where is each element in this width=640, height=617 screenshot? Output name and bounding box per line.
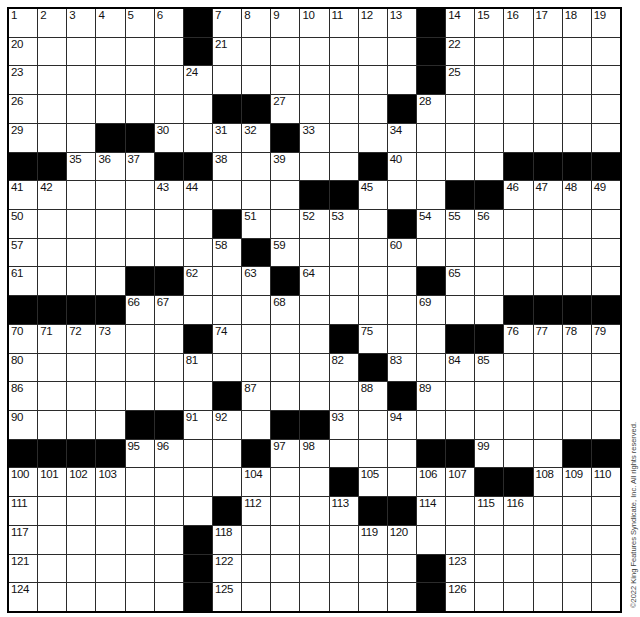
cell-r10c10[interactable]	[300, 296, 328, 324]
cell-r1c2[interactable]	[67, 38, 95, 66]
cell-r18c9[interactable]	[271, 526, 299, 554]
cell-r15c11[interactable]	[330, 440, 358, 468]
cell-r18c19[interactable]	[563, 526, 591, 554]
cell-r13c19[interactable]	[563, 382, 591, 410]
cell-r14c19[interactable]	[563, 411, 591, 439]
cell-r11c1[interactable]: 71	[38, 325, 66, 353]
cell-r1c5[interactable]	[155, 38, 183, 66]
cell-r19c19[interactable]	[563, 555, 591, 583]
cell-r14c11[interactable]: 93	[330, 411, 358, 439]
cell-r15c10[interactable]: 98	[300, 440, 328, 468]
cell-r14c3[interactable]	[96, 411, 124, 439]
cell-r0c3[interactable]: 4	[96, 9, 124, 37]
cell-r20c4[interactable]	[126, 583, 154, 611]
cell-r2c12[interactable]	[359, 66, 387, 94]
cell-r4c6[interactable]	[184, 124, 212, 152]
cell-r14c0[interactable]: 90	[9, 411, 37, 439]
cell-r9c10[interactable]: 64	[300, 267, 328, 295]
cell-r4c15[interactable]	[446, 124, 474, 152]
cell-r17c10[interactable]	[300, 497, 328, 525]
cell-r2c6[interactable]: 24	[184, 66, 212, 94]
cell-r18c17[interactable]	[504, 526, 532, 554]
cell-r13c17[interactable]	[504, 382, 532, 410]
cell-r6c7[interactable]	[213, 181, 241, 209]
cell-r17c20[interactable]	[592, 497, 620, 525]
cell-r4c0[interactable]: 29	[9, 124, 37, 152]
cell-r1c13[interactable]	[388, 38, 416, 66]
cell-r1c19[interactable]	[563, 38, 591, 66]
cell-r6c19[interactable]: 48	[563, 181, 591, 209]
cell-r12c0[interactable]: 80	[9, 354, 37, 382]
cell-r7c3[interactable]	[96, 210, 124, 238]
cell-r17c2[interactable]	[67, 497, 95, 525]
cell-r13c16[interactable]	[475, 382, 503, 410]
cell-r8c2[interactable]	[67, 239, 95, 267]
cell-r8c18[interactable]	[534, 239, 562, 267]
cell-r15c4[interactable]: 95	[126, 440, 154, 468]
cell-r18c18[interactable]	[534, 526, 562, 554]
cell-r14c17[interactable]	[504, 411, 532, 439]
cell-r12c7[interactable]	[213, 354, 241, 382]
cell-r7c11[interactable]: 53	[330, 210, 358, 238]
cell-r20c12[interactable]	[359, 583, 387, 611]
cell-r13c10[interactable]	[300, 382, 328, 410]
cell-r6c14[interactable]	[417, 181, 445, 209]
cell-r5c16[interactable]	[475, 153, 503, 181]
cell-r8c19[interactable]	[563, 239, 591, 267]
cell-r2c3[interactable]	[96, 66, 124, 94]
cell-r3c1[interactable]	[38, 95, 66, 123]
cell-r18c20[interactable]	[592, 526, 620, 554]
cell-r1c18[interactable]	[534, 38, 562, 66]
cell-r12c18[interactable]	[534, 354, 562, 382]
cell-r13c8[interactable]: 87	[242, 382, 270, 410]
cell-r2c18[interactable]	[534, 66, 562, 94]
cell-r17c8[interactable]: 112	[242, 497, 270, 525]
cell-r8c14[interactable]	[417, 239, 445, 267]
cell-r0c2[interactable]: 3	[67, 9, 95, 37]
cell-r2c10[interactable]	[300, 66, 328, 94]
cell-r7c0[interactable]: 50	[9, 210, 37, 238]
cell-r3c16[interactable]	[475, 95, 503, 123]
cell-r12c16[interactable]: 85	[475, 354, 503, 382]
cell-r2c2[interactable]	[67, 66, 95, 94]
cell-r7c16[interactable]: 56	[475, 210, 503, 238]
cell-r12c3[interactable]	[96, 354, 124, 382]
cell-r17c17[interactable]: 116	[504, 497, 532, 525]
cell-r17c15[interactable]	[446, 497, 474, 525]
cell-r2c7[interactable]	[213, 66, 241, 94]
cell-r7c8[interactable]: 51	[242, 210, 270, 238]
cell-r18c3[interactable]	[96, 526, 124, 554]
cell-r8c1[interactable]	[38, 239, 66, 267]
cell-r0c19[interactable]: 18	[563, 9, 591, 37]
cell-r20c15[interactable]: 126	[446, 583, 474, 611]
cell-r3c5[interactable]	[155, 95, 183, 123]
cell-r3c2[interactable]	[67, 95, 95, 123]
cell-r11c14[interactable]	[417, 325, 445, 353]
cell-r15c9[interactable]: 97	[271, 440, 299, 468]
cell-r17c6[interactable]	[184, 497, 212, 525]
cell-r10c4[interactable]: 66	[126, 296, 154, 324]
cell-r19c8[interactable]	[242, 555, 270, 583]
cell-r10c5[interactable]: 67	[155, 296, 183, 324]
cell-r17c4[interactable]	[126, 497, 154, 525]
cell-r2c1[interactable]	[38, 66, 66, 94]
cell-r9c11[interactable]	[330, 267, 358, 295]
cell-r16c4[interactable]	[126, 468, 154, 496]
cell-r1c1[interactable]	[38, 38, 66, 66]
cell-r4c14[interactable]	[417, 124, 445, 152]
cell-r6c13[interactable]	[388, 181, 416, 209]
cell-r10c12[interactable]	[359, 296, 387, 324]
cell-r8c16[interactable]	[475, 239, 503, 267]
cell-r16c12[interactable]: 105	[359, 468, 387, 496]
cell-r9c3[interactable]	[96, 267, 124, 295]
cell-r18c1[interactable]	[38, 526, 66, 554]
cell-r16c7[interactable]	[213, 468, 241, 496]
cell-r16c14[interactable]: 106	[417, 468, 445, 496]
cell-r14c8[interactable]	[242, 411, 270, 439]
cell-r18c7[interactable]: 118	[213, 526, 241, 554]
cell-r15c7[interactable]	[213, 440, 241, 468]
cell-r12c15[interactable]: 84	[446, 354, 474, 382]
cell-r18c5[interactable]	[155, 526, 183, 554]
cell-r18c15[interactable]	[446, 526, 474, 554]
cell-r8c10[interactable]	[300, 239, 328, 267]
cell-r10c16[interactable]	[475, 296, 503, 324]
cell-r3c10[interactable]	[300, 95, 328, 123]
cell-r3c17[interactable]	[504, 95, 532, 123]
cell-r16c6[interactable]	[184, 468, 212, 496]
cell-r5c11[interactable]	[330, 153, 358, 181]
cell-r12c5[interactable]	[155, 354, 183, 382]
cell-r1c10[interactable]	[300, 38, 328, 66]
cell-r12c4[interactable]	[126, 354, 154, 382]
cell-r20c9[interactable]	[271, 583, 299, 611]
cell-r20c18[interactable]	[534, 583, 562, 611]
cell-r17c18[interactable]	[534, 497, 562, 525]
cell-r7c6[interactable]	[184, 210, 212, 238]
cell-r19c17[interactable]	[504, 555, 532, 583]
cell-r20c11[interactable]	[330, 583, 358, 611]
cell-r0c1[interactable]: 2	[38, 9, 66, 37]
cell-r4c20[interactable]	[592, 124, 620, 152]
cell-r9c6[interactable]: 62	[184, 267, 212, 295]
cell-r3c4[interactable]	[126, 95, 154, 123]
cell-r19c9[interactable]	[271, 555, 299, 583]
cell-r14c7[interactable]: 92	[213, 411, 241, 439]
cell-r13c11[interactable]	[330, 382, 358, 410]
cell-r14c14[interactable]	[417, 411, 445, 439]
cell-r20c10[interactable]	[300, 583, 328, 611]
cell-r0c15[interactable]: 14	[446, 9, 474, 37]
cell-r6c3[interactable]	[96, 181, 124, 209]
cell-r8c20[interactable]	[592, 239, 620, 267]
cell-r14c12[interactable]	[359, 411, 387, 439]
cell-r13c12[interactable]: 88	[359, 382, 387, 410]
cell-r4c7[interactable]: 31	[213, 124, 241, 152]
cell-r13c20[interactable]	[592, 382, 620, 410]
cell-r7c20[interactable]	[592, 210, 620, 238]
cell-r7c5[interactable]	[155, 210, 183, 238]
cell-r9c12[interactable]	[359, 267, 387, 295]
cell-r11c10[interactable]	[300, 325, 328, 353]
cell-r0c7[interactable]: 7	[213, 9, 241, 37]
cell-r18c11[interactable]	[330, 526, 358, 554]
cell-r11c4[interactable]	[126, 325, 154, 353]
cell-r1c3[interactable]	[96, 38, 124, 66]
cell-r3c3[interactable]	[96, 95, 124, 123]
cell-r16c3[interactable]: 103	[96, 468, 124, 496]
cell-r5c10[interactable]	[300, 153, 328, 181]
cell-r0c13[interactable]: 13	[388, 9, 416, 37]
cell-r13c4[interactable]	[126, 382, 154, 410]
cell-r5c15[interactable]	[446, 153, 474, 181]
cell-r2c16[interactable]	[475, 66, 503, 94]
cell-r18c8[interactable]	[242, 526, 270, 554]
cell-r0c17[interactable]: 16	[504, 9, 532, 37]
cell-r7c17[interactable]	[504, 210, 532, 238]
cell-r7c12[interactable]	[359, 210, 387, 238]
cell-r1c15[interactable]: 22	[446, 38, 474, 66]
cell-r3c18[interactable]	[534, 95, 562, 123]
cell-r13c5[interactable]	[155, 382, 183, 410]
cell-r0c5[interactable]: 6	[155, 9, 183, 37]
cell-r12c11[interactable]: 82	[330, 354, 358, 382]
cell-r1c16[interactable]	[475, 38, 503, 66]
cell-r7c10[interactable]: 52	[300, 210, 328, 238]
cell-r14c1[interactable]	[38, 411, 66, 439]
cell-r17c16[interactable]: 115	[475, 497, 503, 525]
cell-r13c18[interactable]	[534, 382, 562, 410]
cell-r11c9[interactable]	[271, 325, 299, 353]
cell-r2c9[interactable]	[271, 66, 299, 94]
cell-r0c11[interactable]: 11	[330, 9, 358, 37]
cell-r2c20[interactable]	[592, 66, 620, 94]
cell-r1c9[interactable]	[271, 38, 299, 66]
cell-r20c13[interactable]	[388, 583, 416, 611]
cell-r13c6[interactable]	[184, 382, 212, 410]
cell-r8c4[interactable]	[126, 239, 154, 267]
cell-r11c12[interactable]: 75	[359, 325, 387, 353]
cell-r14c18[interactable]	[534, 411, 562, 439]
cell-r1c11[interactable]	[330, 38, 358, 66]
cell-r16c8[interactable]: 104	[242, 468, 270, 496]
cell-r3c15[interactable]	[446, 95, 474, 123]
cell-r14c13[interactable]: 94	[388, 411, 416, 439]
cell-r12c13[interactable]: 83	[388, 354, 416, 382]
cell-r4c11[interactable]	[330, 124, 358, 152]
cell-r14c15[interactable]	[446, 411, 474, 439]
cell-r1c7[interactable]: 21	[213, 38, 241, 66]
cell-r10c13[interactable]	[388, 296, 416, 324]
cell-r1c20[interactable]	[592, 38, 620, 66]
cell-r16c15[interactable]: 107	[446, 468, 474, 496]
cell-r8c9[interactable]: 59	[271, 239, 299, 267]
cell-r16c5[interactable]	[155, 468, 183, 496]
cell-r1c17[interactable]	[504, 38, 532, 66]
cell-r19c11[interactable]	[330, 555, 358, 583]
cell-r18c12[interactable]: 119	[359, 526, 387, 554]
cell-r19c12[interactable]	[359, 555, 387, 583]
cell-r0c8[interactable]: 8	[242, 9, 270, 37]
cell-r14c6[interactable]: 91	[184, 411, 212, 439]
cell-r1c8[interactable]	[242, 38, 270, 66]
cell-r17c9[interactable]	[271, 497, 299, 525]
cell-r16c10[interactable]	[300, 468, 328, 496]
cell-r20c0[interactable]: 124	[9, 583, 37, 611]
cell-r6c8[interactable]	[242, 181, 270, 209]
cell-r4c17[interactable]	[504, 124, 532, 152]
cell-r10c7[interactable]	[213, 296, 241, 324]
cell-r19c16[interactable]	[475, 555, 503, 583]
cell-r19c10[interactable]	[300, 555, 328, 583]
cell-r17c11[interactable]: 113	[330, 497, 358, 525]
cell-r9c20[interactable]	[592, 267, 620, 295]
cell-r19c7[interactable]: 122	[213, 555, 241, 583]
cell-r13c2[interactable]	[67, 382, 95, 410]
cell-r18c0[interactable]: 117	[9, 526, 37, 554]
cell-r8c12[interactable]	[359, 239, 387, 267]
cell-r9c19[interactable]	[563, 267, 591, 295]
cell-r15c17[interactable]	[504, 440, 532, 468]
cell-r6c17[interactable]: 46	[504, 181, 532, 209]
cell-r9c15[interactable]: 65	[446, 267, 474, 295]
cell-r0c0[interactable]: 1	[9, 9, 37, 37]
cell-r19c2[interactable]	[67, 555, 95, 583]
cell-r13c3[interactable]	[96, 382, 124, 410]
cell-r13c9[interactable]	[271, 382, 299, 410]
cell-r18c16[interactable]	[475, 526, 503, 554]
cell-r19c3[interactable]	[96, 555, 124, 583]
cell-r3c0[interactable]: 26	[9, 95, 37, 123]
cell-r8c5[interactable]	[155, 239, 183, 267]
cell-r9c16[interactable]	[475, 267, 503, 295]
cell-r2c17[interactable]	[504, 66, 532, 94]
cell-r7c2[interactable]	[67, 210, 95, 238]
cell-r17c19[interactable]	[563, 497, 591, 525]
cell-r3c11[interactable]	[330, 95, 358, 123]
cell-r9c0[interactable]: 61	[9, 267, 37, 295]
cell-r4c16[interactable]	[475, 124, 503, 152]
cell-r15c5[interactable]: 96	[155, 440, 183, 468]
cell-r20c7[interactable]: 125	[213, 583, 241, 611]
cell-r11c19[interactable]: 78	[563, 325, 591, 353]
cell-r15c12[interactable]	[359, 440, 387, 468]
cell-r12c9[interactable]	[271, 354, 299, 382]
cell-r0c4[interactable]: 5	[126, 9, 154, 37]
cell-r14c2[interactable]	[67, 411, 95, 439]
cell-r1c12[interactable]	[359, 38, 387, 66]
cell-r13c0[interactable]: 86	[9, 382, 37, 410]
cell-r11c13[interactable]	[388, 325, 416, 353]
cell-r14c16[interactable]	[475, 411, 503, 439]
cell-r5c4[interactable]: 37	[126, 153, 154, 181]
cell-r12c17[interactable]	[504, 354, 532, 382]
cell-r2c4[interactable]	[126, 66, 154, 94]
cell-r19c15[interactable]: 123	[446, 555, 474, 583]
cell-r11c8[interactable]	[242, 325, 270, 353]
cell-r11c17[interactable]: 76	[504, 325, 532, 353]
cell-r19c18[interactable]	[534, 555, 562, 583]
cell-r11c0[interactable]: 70	[9, 325, 37, 353]
cell-r16c19[interactable]: 109	[563, 468, 591, 496]
cell-r0c16[interactable]: 15	[475, 9, 503, 37]
cell-r19c13[interactable]	[388, 555, 416, 583]
cell-r13c15[interactable]	[446, 382, 474, 410]
cell-r20c1[interactable]	[38, 583, 66, 611]
cell-r1c4[interactable]	[126, 38, 154, 66]
cell-r17c14[interactable]: 114	[417, 497, 445, 525]
cell-r4c1[interactable]	[38, 124, 66, 152]
cell-r9c8[interactable]: 63	[242, 267, 270, 295]
cell-r6c18[interactable]: 47	[534, 181, 562, 209]
cell-r8c7[interactable]: 58	[213, 239, 241, 267]
cell-r8c15[interactable]	[446, 239, 474, 267]
cell-r19c0[interactable]: 121	[9, 555, 37, 583]
cell-r10c15[interactable]	[446, 296, 474, 324]
cell-r2c11[interactable]	[330, 66, 358, 94]
cell-r8c0[interactable]: 57	[9, 239, 37, 267]
cell-r9c2[interactable]	[67, 267, 95, 295]
cell-r12c6[interactable]: 81	[184, 354, 212, 382]
cell-r3c12[interactable]	[359, 95, 387, 123]
cell-r4c18[interactable]	[534, 124, 562, 152]
cell-r8c6[interactable]	[184, 239, 212, 267]
cell-r0c18[interactable]: 17	[534, 9, 562, 37]
cell-r0c9[interactable]: 9	[271, 9, 299, 37]
cell-r5c2[interactable]: 35	[67, 153, 95, 181]
cell-r2c15[interactable]: 25	[446, 66, 474, 94]
cell-r20c8[interactable]	[242, 583, 270, 611]
cell-r5c14[interactable]	[417, 153, 445, 181]
cell-r4c8[interactable]: 32	[242, 124, 270, 152]
cell-r4c12[interactable]	[359, 124, 387, 152]
cell-r6c4[interactable]	[126, 181, 154, 209]
cell-r17c0[interactable]: 111	[9, 497, 37, 525]
cell-r0c12[interactable]: 12	[359, 9, 387, 37]
cell-r15c18[interactable]	[534, 440, 562, 468]
cell-r20c5[interactable]	[155, 583, 183, 611]
cell-r14c20[interactable]	[592, 411, 620, 439]
cell-r20c19[interactable]	[563, 583, 591, 611]
cell-r6c1[interactable]: 42	[38, 181, 66, 209]
cell-r12c14[interactable]	[417, 354, 445, 382]
cell-r9c17[interactable]	[504, 267, 532, 295]
cell-r6c9[interactable]	[271, 181, 299, 209]
cell-r4c13[interactable]: 34	[388, 124, 416, 152]
cell-r19c4[interactable]	[126, 555, 154, 583]
cell-r11c5[interactable]	[155, 325, 183, 353]
cell-r18c13[interactable]: 120	[388, 526, 416, 554]
cell-r3c14[interactable]: 28	[417, 95, 445, 123]
cell-r16c18[interactable]: 108	[534, 468, 562, 496]
cell-r3c20[interactable]	[592, 95, 620, 123]
cell-r13c14[interactable]: 89	[417, 382, 445, 410]
cell-r11c18[interactable]: 77	[534, 325, 562, 353]
cell-r19c1[interactable]	[38, 555, 66, 583]
cell-r6c20[interactable]: 49	[592, 181, 620, 209]
cell-r6c6[interactable]: 44	[184, 181, 212, 209]
cell-r8c11[interactable]	[330, 239, 358, 267]
cell-r4c5[interactable]: 30	[155, 124, 183, 152]
cell-r5c3[interactable]: 36	[96, 153, 124, 181]
cell-r17c5[interactable]	[155, 497, 183, 525]
cell-r3c9[interactable]: 27	[271, 95, 299, 123]
cell-r10c9[interactable]: 68	[271, 296, 299, 324]
cell-r16c0[interactable]: 100	[9, 468, 37, 496]
